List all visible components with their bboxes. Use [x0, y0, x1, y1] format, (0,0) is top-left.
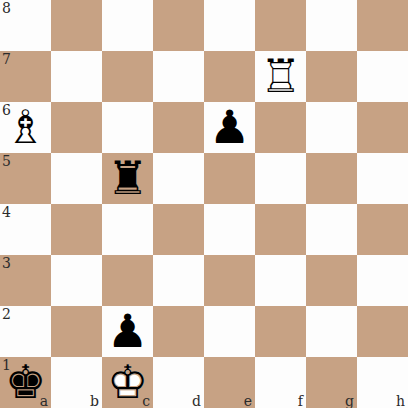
- rank-label-8: 8: [2, 1, 11, 15]
- rank-label-3: 3: [2, 256, 11, 270]
- square-d2[interactable]: [153, 306, 204, 357]
- square-b4[interactable]: [51, 204, 102, 255]
- file-label-b: b: [90, 394, 99, 408]
- square-a7[interactable]: 7: [0, 51, 51, 102]
- rank-label-4: 4: [2, 205, 11, 219]
- white-king-fill: ♚: [102, 357, 153, 408]
- square-a2[interactable]: 2: [0, 306, 51, 357]
- square-g5[interactable]: [306, 153, 357, 204]
- square-f4[interactable]: [255, 204, 306, 255]
- rank-label-7: 7: [2, 52, 11, 66]
- square-e8[interactable]: [204, 0, 255, 51]
- black-rook-c5[interactable]: ♜: [102, 153, 153, 204]
- white-rook-f7[interactable]: ♜♖: [255, 51, 306, 102]
- square-c6[interactable]: [102, 102, 153, 153]
- square-f7[interactable]: ♜♖: [255, 51, 306, 102]
- square-h7[interactable]: [357, 51, 408, 102]
- square-c8[interactable]: [102, 0, 153, 51]
- square-g6[interactable]: [306, 102, 357, 153]
- square-d7[interactable]: [153, 51, 204, 102]
- chess-board-container: 87♜♖6♝♗♟5♜432♟1a♚bc♚♔defgh: [0, 0, 408, 408]
- square-e5[interactable]: [204, 153, 255, 204]
- black-pawn-e6[interactable]: ♟: [204, 102, 255, 153]
- rank-label-5: 5: [2, 154, 11, 168]
- rank-label-2: 2: [2, 307, 11, 321]
- square-h4[interactable]: [357, 204, 408, 255]
- file-label-f: f: [298, 394, 303, 408]
- square-d3[interactable]: [153, 255, 204, 306]
- square-f1[interactable]: f: [255, 357, 306, 408]
- square-h2[interactable]: [357, 306, 408, 357]
- square-g4[interactable]: [306, 204, 357, 255]
- square-e1[interactable]: e: [204, 357, 255, 408]
- file-label-g: g: [345, 394, 354, 408]
- square-f8[interactable]: [255, 0, 306, 51]
- square-c2[interactable]: ♟: [102, 306, 153, 357]
- square-h1[interactable]: h: [357, 357, 408, 408]
- square-d1[interactable]: d: [153, 357, 204, 408]
- square-c7[interactable]: [102, 51, 153, 102]
- white-rook-fill: ♜: [255, 51, 306, 102]
- square-c3[interactable]: [102, 255, 153, 306]
- square-b6[interactable]: [51, 102, 102, 153]
- white-bishop-a6[interactable]: ♝♗: [0, 102, 51, 153]
- square-b1[interactable]: b: [51, 357, 102, 408]
- square-b2[interactable]: [51, 306, 102, 357]
- square-a5[interactable]: 5: [0, 153, 51, 204]
- square-h6[interactable]: [357, 102, 408, 153]
- square-g8[interactable]: [306, 0, 357, 51]
- file-label-h: h: [396, 394, 405, 408]
- square-g7[interactable]: [306, 51, 357, 102]
- square-e2[interactable]: [204, 306, 255, 357]
- file-label-d: d: [192, 394, 201, 408]
- black-pawn-glyph: ♟: [102, 306, 153, 357]
- square-f6[interactable]: [255, 102, 306, 153]
- black-pawn-c2[interactable]: ♟: [102, 306, 153, 357]
- square-d4[interactable]: [153, 204, 204, 255]
- white-king-outline: ♔: [102, 357, 153, 408]
- black-king-a1[interactable]: ♚: [0, 357, 51, 408]
- square-b8[interactable]: [51, 0, 102, 51]
- square-b5[interactable]: [51, 153, 102, 204]
- square-e4[interactable]: [204, 204, 255, 255]
- square-d6[interactable]: [153, 102, 204, 153]
- square-a6[interactable]: 6♝♗: [0, 102, 51, 153]
- square-c5[interactable]: ♜: [102, 153, 153, 204]
- square-g3[interactable]: [306, 255, 357, 306]
- black-king-glyph: ♚: [0, 357, 51, 408]
- square-e3[interactable]: [204, 255, 255, 306]
- square-d8[interactable]: [153, 0, 204, 51]
- square-d5[interactable]: [153, 153, 204, 204]
- square-h3[interactable]: [357, 255, 408, 306]
- square-f2[interactable]: [255, 306, 306, 357]
- square-a8[interactable]: 8: [0, 0, 51, 51]
- square-b7[interactable]: [51, 51, 102, 102]
- square-c4[interactable]: [102, 204, 153, 255]
- square-g1[interactable]: g: [306, 357, 357, 408]
- square-e6[interactable]: ♟: [204, 102, 255, 153]
- square-f5[interactable]: [255, 153, 306, 204]
- square-a1[interactable]: 1a♚: [0, 357, 51, 408]
- square-c1[interactable]: c♚♔: [102, 357, 153, 408]
- square-h5[interactable]: [357, 153, 408, 204]
- file-label-e: e: [244, 394, 252, 408]
- chess-board: 87♜♖6♝♗♟5♜432♟1a♚bc♚♔defgh: [0, 0, 408, 408]
- square-a3[interactable]: 3: [0, 255, 51, 306]
- white-bishop-fill: ♝: [0, 102, 51, 153]
- square-f3[interactable]: [255, 255, 306, 306]
- square-a4[interactable]: 4: [0, 204, 51, 255]
- black-rook-glyph: ♜: [102, 153, 153, 204]
- square-b3[interactable]: [51, 255, 102, 306]
- white-king-c1[interactable]: ♚♔: [102, 357, 153, 408]
- square-h8[interactable]: [357, 0, 408, 51]
- white-rook-outline: ♖: [255, 51, 306, 102]
- white-bishop-outline: ♗: [0, 102, 51, 153]
- square-g2[interactable]: [306, 306, 357, 357]
- black-pawn-glyph: ♟: [204, 102, 255, 153]
- square-e7[interactable]: [204, 51, 255, 102]
